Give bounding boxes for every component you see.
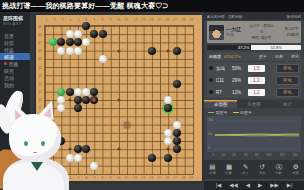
chart-x-ticks: 120406080100120140 [212, 153, 298, 157]
coord-label: 6 [85, 176, 89, 181]
star-point [118, 148, 121, 151]
white-stone [164, 137, 172, 145]
game-settings: 让2子 · 黑贴0目 用时 3秒/手 [248, 23, 275, 41]
coord-label: 2 [53, 176, 57, 181]
ghost-stone [123, 121, 131, 129]
white-stone [57, 104, 65, 112]
toolbar-icon-3: ✎ [243, 163, 248, 170]
black-stone [66, 38, 74, 46]
ai-table-rows: 实战50%1.5变化C1129%1.3变化R712%1.2变化 [207, 62, 301, 98]
coord-label: 1 [45, 18, 49, 23]
black-stone [164, 154, 172, 162]
black-stone [164, 104, 172, 112]
toolbar-label: 棋谱 [209, 170, 215, 176]
tab-3[interactable]: 统计 [271, 100, 304, 108]
coord-label: 4 [38, 147, 43, 150]
black-stone [74, 104, 82, 112]
sidebar-item-7[interactable]: 活动 [0, 74, 30, 81]
black-stone [148, 47, 156, 55]
coord-label: 11 [125, 18, 129, 23]
coord-label: 4 [69, 176, 73, 181]
star-point [118, 99, 121, 102]
chart-legend: 黑胜率白胜率 [208, 109, 252, 115]
toolbar-button-分析[interactable]: Ⓐ分析 [275, 163, 282, 177]
coord-label: 16 [165, 18, 169, 23]
coord-label: 18 [38, 34, 43, 37]
coord-label: 3 [38, 155, 43, 158]
chart-canvas [207, 116, 301, 152]
coord-label: 7 [93, 176, 97, 181]
live-badge-icon [4, 62, 7, 65]
coord-label: 17 [173, 18, 177, 23]
time-info: 用时 3秒/手 [248, 35, 275, 41]
black-stone [90, 96, 98, 104]
ai-move-row-3[interactable]: R712%1.2变化 [207, 86, 301, 98]
black-stone [82, 96, 90, 104]
coord-label: 9 [38, 106, 43, 109]
black-stone [173, 47, 181, 55]
move-winrate: 50% [232, 66, 245, 71]
star-point [167, 49, 170, 52]
black-stone [57, 38, 65, 46]
coord-label: 1 [45, 176, 49, 181]
move-label: 实战 [216, 66, 229, 71]
stream-title: 挑战打谱——我的棋路要算好——觉醒 棋魂大赛♡⊃ [2, 1, 169, 11]
black-stone-dot-icon [209, 78, 213, 82]
variation-button[interactable]: 变化 [276, 76, 299, 85]
coord-label: 13 [38, 74, 43, 77]
white-stone [164, 129, 172, 137]
toolbar-label: 试下 [242, 170, 248, 176]
toolbar-icon-2: ▦ [226, 163, 232, 170]
coord-label: 17 [38, 42, 43, 45]
coord-label: 14 [38, 66, 43, 69]
coord-label: 12 [38, 82, 43, 85]
chart-y-tick: 100 [208, 118, 213, 121]
sidebar-item-5[interactable]: 直播 [0, 60, 30, 67]
black-stone [148, 154, 156, 162]
white-stone [57, 47, 65, 55]
white-stone [99, 55, 107, 63]
coord-label: 15 [157, 18, 161, 23]
coord-label: 1 [38, 171, 43, 174]
ai-move-row-2[interactable]: C1129%1.3变化 [207, 74, 301, 86]
playback-controls: |◀◀◀◀▶▶▶▶| [204, 181, 304, 190]
coord-label: 11 [125, 176, 129, 181]
chart-y-tick: 0 [208, 146, 210, 149]
board-coords-top: 12345678910111213141516171819 [44, 17, 194, 23]
score-delta-button[interactable]: 1.5 [248, 65, 265, 72]
coord-label: 6 [38, 131, 43, 134]
move-winrate: 29% [232, 78, 245, 83]
winrate-black-segment: 47.2% [207, 45, 251, 50]
ai-table-columns: 胜率目差变化 [259, 54, 299, 59]
coord-label: 120 [279, 153, 284, 156]
coord-label: 10 [117, 176, 121, 181]
player-card: 一力辽 九段 让2子 · 黑贴0目 用时 3秒/手 第142手 白略优 [207, 21, 301, 43]
star-point [68, 99, 71, 102]
coord-label: 19 [189, 176, 193, 181]
black-stone [82, 22, 90, 30]
legend-swatch [208, 112, 214, 114]
sidebar-item-label: 直播 [9, 61, 19, 67]
evaluation-text: 白略优 [277, 32, 299, 38]
black-stone [74, 96, 82, 104]
toolbar-button-打谱[interactable]: ▦打谱 [225, 163, 232, 177]
winrate-chart: 100500 [207, 116, 301, 152]
toolbar-label: 悔棋 [259, 170, 265, 176]
star-point [167, 148, 170, 151]
coord-label: 15 [38, 58, 43, 61]
panel-header-title: AI人机对弈 · 实时分析 [207, 14, 242, 19]
star-point [68, 148, 71, 151]
toolbar-icon-1: ▤ [209, 163, 215, 170]
coord-label: 5 [77, 18, 81, 23]
sidebar-item-label: 我的 [4, 82, 14, 88]
white-stone [82, 88, 90, 96]
ai-move-row-1[interactable]: 实战50%1.5变化 [207, 62, 301, 74]
chart-y-tick: 50 [208, 132, 211, 135]
coord-label: 5 [77, 176, 81, 181]
ai-column-label: 变化 [291, 54, 299, 59]
black-stone [82, 145, 90, 153]
app-window: 挑战打谱——我的棋路要算好——觉醒 棋魂大赛♡⊃ 星阵围棋 GOLAXY 首页对… [0, 0, 304, 190]
sidebar-menu: 首页对弈挂盘棋谱直播研究活动我的 [0, 32, 30, 88]
coord-label: 1 [212, 153, 214, 156]
legend-entry: 黑胜率 [208, 110, 228, 115]
player-rank-text: 九段 [226, 32, 246, 38]
legend-entry: 白胜率 [233, 110, 253, 115]
tab-2[interactable]: 目差图 [237, 100, 270, 108]
coord-label: 4 [69, 18, 73, 23]
toolbar-label: 打谱 [226, 170, 232, 176]
toolbar-icon-4: ↺ [260, 163, 265, 170]
coord-label: 7 [38, 123, 43, 126]
sidebar-item-label: 对弈 [4, 40, 14, 46]
coord-label: 14 [149, 18, 153, 23]
white-stone [57, 96, 65, 104]
white-stone [173, 121, 181, 129]
fast-back-button[interactable]: ◀◀ [229, 181, 237, 190]
coord-label: 2 [53, 18, 57, 23]
white-stone [74, 88, 82, 96]
coord-label: 12 [133, 176, 137, 181]
play-button[interactable]: ▶ [258, 181, 262, 190]
move-label: C11 [216, 78, 229, 83]
last-move-red-dot [93, 99, 96, 102]
toolbar-button-设置[interactable]: ⚙设置 [292, 163, 299, 177]
coord-label: 15 [157, 176, 161, 181]
coord-label: 12 [133, 18, 137, 23]
black-stone-dot-icon [209, 90, 213, 94]
black-stone [99, 30, 107, 38]
move-winrate: 12% [232, 90, 245, 95]
toolbar-icon-6: ⚙ [293, 163, 299, 170]
sidebar-item-8[interactable]: 我的 [0, 81, 30, 88]
coord-label: 9 [109, 176, 113, 181]
sidebar-item-2[interactable]: 对弈 [0, 39, 30, 46]
coord-label: 140 [293, 153, 298, 156]
coord-label: 8 [38, 115, 43, 118]
sidebar-item-label: 首页 [4, 33, 14, 39]
coord-label: 18 [181, 176, 185, 181]
go-board: 12345678910111213141516171819 1918171615… [36, 15, 202, 181]
black-stone [173, 129, 181, 137]
legend-swatch [233, 112, 239, 114]
sidebar-item-1[interactable]: 首页 [0, 32, 30, 39]
sidebar-item-label: 活动 [4, 75, 14, 81]
coord-label: 10 [38, 98, 43, 101]
white-stone [74, 47, 82, 55]
coord-label: 19 [189, 18, 193, 23]
black-stone-dot-icon [209, 66, 213, 70]
logo-subtext: GOLAXY [3, 21, 30, 27]
white-stone [82, 38, 90, 46]
coord-label: 80 [255, 153, 258, 156]
app-logo: 星阵围棋 GOLAXY [0, 12, 30, 27]
black-stone [74, 145, 82, 153]
sidebar: 星阵围棋 GOLAXY 首页对弈挂盘棋谱直播研究活动我的 [0, 12, 30, 190]
board-grid[interactable] [44, 25, 194, 175]
ai-column-label: 目差 [275, 54, 283, 59]
coord-label: 18 [181, 18, 185, 23]
coord-label: 100 [266, 153, 271, 156]
game-status: 第142手 白略优 [277, 26, 299, 38]
move-label: R7 [216, 90, 229, 95]
black-stone [173, 80, 181, 88]
white-stone [74, 30, 82, 38]
sidebar-item-3[interactable]: 挂盘 [0, 46, 30, 53]
panel-header: AI人机对弈 · 实时分析 操作说明 [204, 12, 304, 20]
sidebar-item-6[interactable]: 研究 [0, 67, 30, 74]
ai-column-label: 胜率 [259, 54, 267, 59]
ai-suggestion-stone [49, 38, 57, 46]
board-area: 12345678910111213141516171819 1918171615… [30, 12, 204, 190]
tab-1[interactable]: 走势图 [204, 100, 237, 108]
coord-label: 16 [38, 50, 43, 53]
coord-label: 3 [61, 18, 65, 23]
coord-label: 10 [117, 18, 121, 23]
coord-label: 60 [244, 153, 247, 156]
ai-suggestion-stone [57, 88, 65, 96]
trend-tabs: 走势图目差图统计 [204, 100, 304, 108]
black-stone [173, 145, 181, 153]
coord-label: 8 [101, 176, 105, 181]
first-move-button[interactable]: |◀ [216, 181, 222, 190]
black-stone [90, 88, 98, 96]
coord-label: 8 [101, 18, 105, 23]
sidebar-item-label: 挂盘 [4, 47, 14, 53]
analysis-panel: AI人机对弈 · 实时分析 操作说明 一力辽 九段 让2子 · 黑贴0目 用时 … [204, 12, 304, 190]
toolbar-label: 分析 [276, 170, 282, 176]
black-stone [173, 137, 181, 145]
fast-forward-button[interactable]: ▶▶ [270, 181, 278, 190]
ai-table-title: AI推荐 [209, 54, 221, 59]
black-stone [57, 137, 65, 145]
toolbar-button-试下[interactable]: ✎试下 [242, 163, 249, 177]
toolbar-button-棋谱[interactable]: ▤棋谱 [209, 163, 216, 177]
toolbar-button-悔棋[interactable]: ↺悔棋 [259, 163, 266, 177]
white-stone [74, 154, 82, 162]
black-stone [90, 30, 98, 38]
star-point [118, 49, 121, 52]
white-stone [164, 96, 172, 104]
black-stone [66, 88, 74, 96]
ai-table-header: AI推荐 4734.77s 胜率目差变化 [207, 52, 301, 62]
ai-move-table: AI推荐 4734.77s 胜率目差变化 实战50%1.5变化C1129%1.3… [207, 52, 301, 98]
panel-header-help-link[interactable]: 操作说明 [287, 14, 301, 19]
coord-label: 9 [109, 18, 113, 23]
winrate-bar: 47.2% 52.8% [207, 45, 301, 50]
coord-label: 7 [93, 18, 97, 23]
last-move-button[interactable]: ▶| [287, 181, 293, 190]
white-stone [66, 47, 74, 55]
coord-label: 13 [141, 18, 145, 23]
board-coords-bottom: 12345678910111213141516171819 [44, 175, 194, 181]
white-stone [90, 162, 98, 170]
coord-label: 13 [141, 176, 145, 181]
score-delta-button[interactable]: 1.3 [248, 77, 265, 84]
white-stone [66, 30, 74, 38]
variation-button[interactable]: 变化 [276, 64, 299, 73]
toolbar-label: 设置 [292, 170, 298, 176]
coord-label: 2 [38, 163, 43, 166]
sidebar-item-4[interactable]: 棋谱 [0, 53, 30, 60]
panel-toolbar: ▤棋谱▦打谱✎试下↺悔棋Ⓐ分析⚙设置 [204, 160, 304, 179]
coord-label: 17 [173, 176, 177, 181]
ai-think-time: 4734.77s [224, 54, 240, 59]
sidebar-item-label: 棋谱 [4, 54, 14, 60]
coord-label: 19 [38, 25, 43, 28]
toolbar-icon-5: Ⓐ [276, 163, 283, 170]
coord-label: 20 [222, 153, 225, 156]
player-name: 一力辽 九段 [226, 26, 246, 38]
coord-label: 16 [165, 176, 169, 181]
variation-button[interactable]: 变化 [276, 88, 299, 97]
coord-label: 5 [38, 139, 43, 142]
coord-label: 14 [149, 176, 153, 181]
board-coords-left: 19181716151413121110987654321 [37, 25, 43, 175]
white-stone [66, 154, 74, 162]
sidebar-item-label: 研究 [4, 68, 14, 74]
winrate-white-segment: 52.8% [251, 45, 301, 50]
score-delta-button[interactable]: 1.2 [248, 89, 265, 96]
title-bar: 挑战打谱——我的棋路要算好——觉醒 棋魂大赛♡⊃ [0, 0, 304, 12]
black-stone [74, 38, 82, 46]
player-avatar [209, 25, 224, 40]
handicap-info: 让2子 · 黑贴0目 [248, 23, 275, 35]
prev-move-button[interactable]: ◀ [246, 181, 250, 190]
coord-label: 11 [38, 90, 43, 93]
coord-label: 3 [61, 176, 65, 181]
coord-label: 40 [233, 153, 236, 156]
